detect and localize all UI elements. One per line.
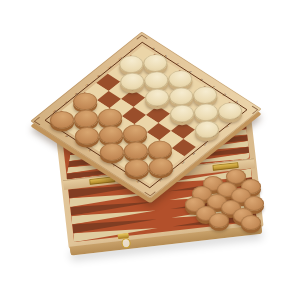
coordinate-glyph: 4 (96, 74, 102, 78)
border-corner-mark (136, 35, 147, 43)
board-pieces-layer (142, 32, 262, 109)
coordinate-glyph: 1 (129, 48, 135, 52)
coordinate-glyph: 5 (85, 83, 91, 87)
coordinate-glyph: 1 (158, 178, 164, 182)
coordinate-glyph: 5 (202, 143, 208, 147)
coordinate-glyph: g (222, 92, 227, 96)
coordinate-glyph: 3 (180, 160, 186, 164)
coordinate-glyph: c (112, 164, 117, 168)
border-corner-mark (144, 188, 155, 196)
coordinate-glyph: 4 (191, 152, 197, 156)
coordinate-glyph: g (64, 134, 69, 138)
coordinate-glyph: e (199, 77, 204, 81)
coordinate-glyph: e (88, 148, 93, 152)
loose-checker-tan[interactable] (241, 215, 261, 230)
border-corner-mark (247, 106, 258, 114)
coordinate-glyph: a (136, 179, 141, 183)
loose-checker-tan[interactable] (209, 213, 229, 228)
coordinate-glyph: c (175, 62, 180, 66)
product-photo-wooden-game-set: abcdefgh hgfedcba 12345678 87654321 (0, 0, 300, 300)
coordinate-glyph: 7 (224, 125, 230, 129)
coordinate-glyph: a (151, 47, 156, 51)
border-corner-mark (34, 117, 45, 125)
